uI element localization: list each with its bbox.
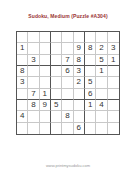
sudoku-cell-r8c8 xyxy=(96,111,107,122)
sudoku-cell-r7c8: 4 xyxy=(96,100,107,111)
sudoku-cell-r6c4 xyxy=(51,89,62,100)
sudoku-cell-r4c9 xyxy=(108,66,119,77)
sudoku-cell-r1c3 xyxy=(40,32,51,43)
sudoku-cell-r8c1: 4 xyxy=(17,111,28,122)
sudoku-cell-r9c6: 6 xyxy=(74,123,85,134)
sudoku-cell-r4c2 xyxy=(28,66,39,77)
sudoku-cell-r2c5 xyxy=(62,43,73,54)
sudoku-cell-r6c7: 6 xyxy=(85,89,96,100)
sudoku-cell-r5c1: 3 xyxy=(17,77,28,88)
sudoku-cell-r8c7 xyxy=(85,111,96,122)
sudoku-cell-r3c1 xyxy=(17,55,28,66)
sudoku-cell-r7c7: 1 xyxy=(85,100,96,111)
sudoku-cell-r8c5: 8 xyxy=(62,111,73,122)
sudoku-cell-r3c4 xyxy=(51,55,62,66)
sudoku-cell-r3c8: 5 xyxy=(96,55,107,66)
sudoku-cell-r9c7 xyxy=(85,123,96,134)
sudoku-cell-r2c9: 3 xyxy=(108,43,119,54)
sudoku-cell-r1c2 xyxy=(28,32,39,43)
sudoku-cell-r4c4 xyxy=(51,66,62,77)
sudoku-cell-r1c7 xyxy=(85,32,96,43)
sudoku-cell-r9c3 xyxy=(40,123,51,134)
sudoku-cell-r5c7: 5 xyxy=(85,77,96,88)
sudoku-cell-r8c6 xyxy=(74,111,85,122)
sudoku-cell-r4c8: 1 xyxy=(96,66,107,77)
sudoku-cell-r4c3 xyxy=(40,66,51,77)
sudoku-cell-r7c2: 8 xyxy=(28,100,39,111)
sudoku-cell-r5c6: 2 xyxy=(74,77,85,88)
sudoku-cell-r3c5: 7 xyxy=(62,55,73,66)
sudoku-cell-r9c8 xyxy=(96,123,107,134)
sudoku-cell-r6c2: 7 xyxy=(28,89,39,100)
sudoku-cell-r7c3: 9 xyxy=(40,100,51,111)
sudoku-cell-r6c6 xyxy=(74,89,85,100)
sudoku-cell-r6c9 xyxy=(108,89,119,100)
sudoku-cell-r6c1 xyxy=(17,89,28,100)
sudoku-cell-r3c3 xyxy=(40,55,51,66)
sudoku-cell-r9c4 xyxy=(51,123,62,134)
sudoku-cell-r3c2: 3 xyxy=(28,55,39,66)
sudoku-cell-r5c4 xyxy=(51,77,62,88)
sudoku-cell-r8c2 xyxy=(28,111,39,122)
sudoku-cell-r6c3: 1 xyxy=(40,89,51,100)
sudoku-cell-r1c8 xyxy=(96,32,107,43)
sudoku-cell-r8c4 xyxy=(51,111,62,122)
sudoku-cell-r3c9: 1 xyxy=(108,55,119,66)
sudoku-cell-r2c2 xyxy=(28,43,39,54)
sudoku-cell-r9c5 xyxy=(62,123,73,134)
sudoku-cell-r3c7 xyxy=(85,55,96,66)
footer-url: www.printmysudoku.com xyxy=(0,163,136,168)
sudoku-cell-r4c6: 3 xyxy=(74,66,85,77)
page-title: Sudoku, Medium (Puzzle #A304) xyxy=(0,13,136,19)
sudoku-cell-r4c1: 8 xyxy=(17,66,28,77)
sudoku-cell-r9c2 xyxy=(28,123,39,134)
sudoku-cell-r2c8: 2 xyxy=(96,43,107,54)
sudoku-cell-r1c6 xyxy=(74,32,85,43)
puzzle-sheet: Sudoku, Medium (Puzzle #A304) 1982337851… xyxy=(0,0,136,176)
sudoku-cell-r2c7: 8 xyxy=(85,43,96,54)
sudoku-cell-r6c5 xyxy=(62,89,73,100)
sudoku-cell-r1c9 xyxy=(108,32,119,43)
sudoku-cell-r8c9 xyxy=(108,111,119,122)
sudoku-cell-r7c1 xyxy=(17,100,28,111)
sudoku-cell-r9c9 xyxy=(108,123,119,134)
sudoku-cell-r5c9 xyxy=(108,77,119,88)
sudoku-cell-r7c6 xyxy=(74,100,85,111)
sudoku-cell-r5c8 xyxy=(96,77,107,88)
sudoku-cell-r1c5 xyxy=(62,32,73,43)
sudoku-cell-r8c3 xyxy=(40,111,51,122)
sudoku-cell-r2c4 xyxy=(51,43,62,54)
sudoku-cell-r5c3 xyxy=(40,77,51,88)
sudoku-cell-r1c1 xyxy=(17,32,28,43)
sudoku-cell-r9c1 xyxy=(17,123,28,134)
sudoku-cell-r4c5: 6 xyxy=(62,66,73,77)
sudoku-cell-r5c2 xyxy=(28,77,39,88)
sudoku-cell-r7c9 xyxy=(108,100,119,111)
sudoku-cell-r7c4: 5 xyxy=(51,100,62,111)
sudoku-cell-r3c6: 8 xyxy=(74,55,85,66)
sudoku-cell-r2c3 xyxy=(40,43,51,54)
sudoku-cell-r7c5 xyxy=(62,100,73,111)
sudoku-cell-r1c4 xyxy=(51,32,62,43)
sudoku-cell-r6c8 xyxy=(96,89,107,100)
sudoku-cell-r2c6: 9 xyxy=(74,43,85,54)
sudoku-cell-r4c7 xyxy=(85,66,96,77)
sudoku-cell-r5c5 xyxy=(62,77,73,88)
sudoku-board: 1982337851863132571689514486 xyxy=(16,31,120,135)
sudoku-cell-r2c1: 1 xyxy=(17,43,28,54)
